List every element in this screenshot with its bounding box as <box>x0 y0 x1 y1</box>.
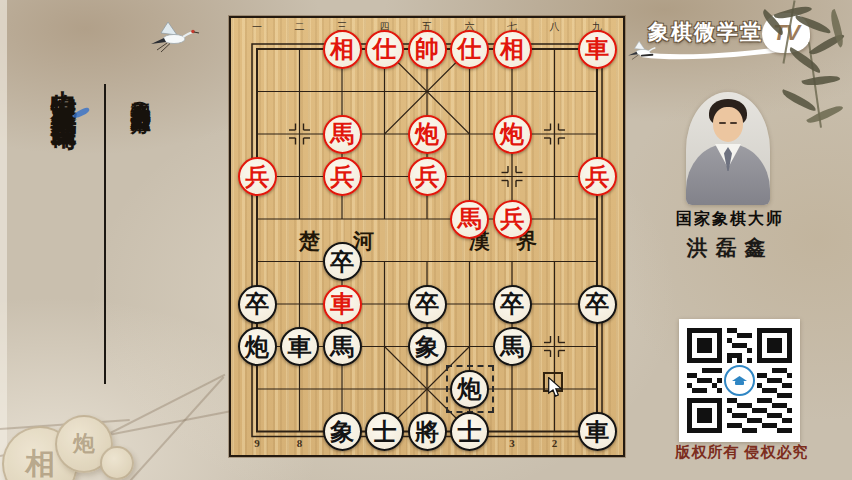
variation-subtitle: 炮八平七之马六进四（红方中刀） <box>128 86 155 408</box>
black-soldier-piece[interactable]: 卒 <box>408 285 447 324</box>
black-horse-piece[interactable]: 馬 <box>493 327 532 366</box>
black-soldier-piece[interactable]: 卒 <box>493 285 532 324</box>
file-label-bottom: 2 <box>544 437 566 449</box>
red-soldier-piece[interactable]: 兵 <box>408 157 447 196</box>
title-divider <box>104 84 106 384</box>
red-king-piece[interactable]: 帥 <box>408 30 447 69</box>
file-label-bottom: 9 <box>246 437 268 449</box>
xiangqi-board: 楚河 漢界 一二三四五六七八九987654321相仕帥仕相車馬炮炮兵兵兵兵馬兵車… <box>229 16 625 457</box>
red-soldier-piece[interactable]: 兵 <box>238 157 277 196</box>
black-elephant-piece[interactable]: 象 <box>408 327 447 366</box>
black-king-piece[interactable]: 將 <box>408 412 447 451</box>
black-advisor-piece[interactable]: 士 <box>450 412 489 451</box>
black-chariot-piece[interactable]: 車 <box>280 327 319 366</box>
master-title: 国家象棋大师 <box>650 209 810 230</box>
lesson-title: 中炮过河车对屏风马高车保马 <box>47 70 82 415</box>
channel-logo: 象棋微学堂 TV <box>628 8 852 68</box>
black-soldier-piece[interactable]: 卒 <box>238 285 277 324</box>
copyright-notice: 版权所有 侵权必究 <box>658 443 826 462</box>
master-photo <box>686 92 770 205</box>
black-soldier-piece[interactable]: 卒 <box>578 285 617 324</box>
logo-tv-text: TV <box>773 20 799 46</box>
red-advisor-piece[interactable]: 仕 <box>365 30 404 69</box>
red-cannon-piece[interactable]: 炮 <box>493 115 532 154</box>
red-advisor-piece[interactable]: 仕 <box>450 30 489 69</box>
black-cannon-piece[interactable]: 炮 <box>238 327 277 366</box>
logo-swoosh <box>636 46 786 60</box>
portrait-face <box>713 107 743 142</box>
red-horse-piece[interactable]: 馬 <box>450 200 489 239</box>
red-horse-piece[interactable]: 馬 <box>323 115 362 154</box>
red-elephant-piece[interactable]: 相 <box>323 30 362 69</box>
file-label-top: 一 <box>246 20 268 34</box>
red-soldier-piece[interactable]: 兵 <box>323 157 362 196</box>
mouse-cursor <box>548 377 563 398</box>
file-label-top: 二 <box>289 20 311 34</box>
board-grid <box>231 18 623 455</box>
faded-piece-small <box>100 446 134 480</box>
red-chariot-piece[interactable]: 車 <box>323 285 362 324</box>
logo-tv-badge: TV <box>762 13 810 53</box>
black-elephant-piece[interactable]: 象 <box>323 412 362 451</box>
black-chariot-piece[interactable]: 車 <box>578 412 617 451</box>
black-soldier-piece[interactable]: 卒 <box>323 242 362 281</box>
master-name: 洪磊鑫 <box>650 234 810 262</box>
file-label-top: 八 <box>544 20 566 34</box>
page-background: 相 炮 中炮过河车对屏风马高车保马 炮八平七之马六进四（红方中刀） 楚河 漢界 <box>0 0 852 480</box>
black-cannon-piece[interactable]: 炮 <box>450 370 489 409</box>
red-cannon-piece[interactable]: 炮 <box>408 115 447 154</box>
qr-center-logo <box>724 365 755 396</box>
red-soldier-piece[interactable]: 兵 <box>578 157 617 196</box>
file-label-bottom: 8 <box>289 437 311 449</box>
crane-icon <box>148 20 200 60</box>
black-advisor-piece[interactable]: 士 <box>365 412 404 451</box>
red-chariot-piece[interactable]: 車 <box>578 30 617 69</box>
file-label-bottom: 3 <box>501 437 523 449</box>
red-elephant-piece[interactable]: 相 <box>493 30 532 69</box>
black-horse-piece[interactable]: 馬 <box>323 327 362 366</box>
qr-code <box>679 319 800 442</box>
red-soldier-piece[interactable]: 兵 <box>493 200 532 239</box>
logo-text: 象棋微学堂 <box>648 18 763 46</box>
